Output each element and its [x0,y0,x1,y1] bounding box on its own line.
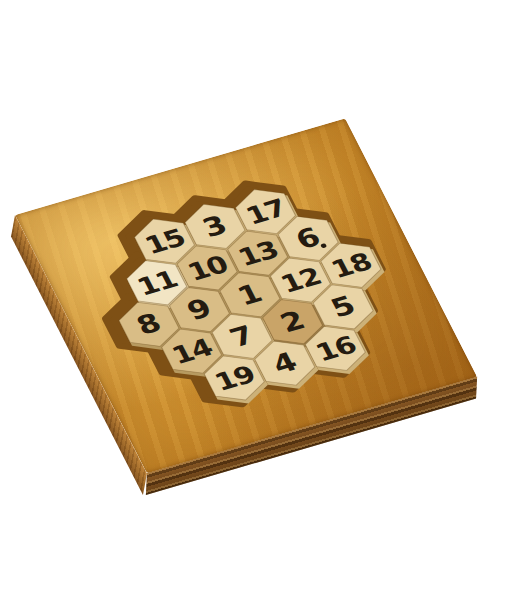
puzzle-board: 15317111013689112181472519416 [15,118,477,473]
tiles-svg: 15317111013689112181472519416 [15,118,477,473]
product-photo-stage: 15317111013689112181472519416 [0,0,507,600]
